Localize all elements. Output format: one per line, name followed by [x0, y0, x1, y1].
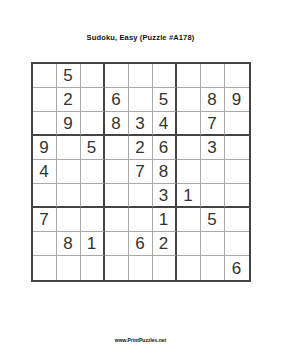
cell-r1c5[interactable]: [129, 64, 153, 88]
cell-r2c2[interactable]: 2: [57, 88, 81, 112]
cell-r9c1[interactable]: [33, 256, 57, 280]
printable-puzzle-page: Sudoku, Easy (Puzzle #A178) 526589983479…: [0, 0, 281, 363]
cell-r6c5[interactable]: [129, 184, 153, 208]
cell-r6c7[interactable]: 1: [177, 184, 201, 208]
cell-r6c8[interactable]: [201, 184, 225, 208]
cell-r5c4[interactable]: [105, 160, 129, 184]
cell-r2c3[interactable]: [81, 88, 105, 112]
cell-r5c6[interactable]: 8: [153, 160, 177, 184]
cell-r1c4[interactable]: [105, 64, 129, 88]
cell-r9c7[interactable]: [177, 256, 201, 280]
cell-r7c1[interactable]: 7: [33, 208, 57, 232]
cell-r4c8[interactable]: 3: [201, 136, 225, 160]
cell-r1c9[interactable]: [225, 64, 249, 88]
cell-r5c3[interactable]: [81, 160, 105, 184]
cell-r2c4[interactable]: 6: [105, 88, 129, 112]
cell-r9c3[interactable]: [81, 256, 105, 280]
footer-url: www.PrintPuzzles.net: [0, 337, 281, 343]
cell-r2c9[interactable]: 9: [225, 88, 249, 112]
cell-r4c6[interactable]: 6: [153, 136, 177, 160]
cell-r3c8[interactable]: 7: [201, 112, 225, 136]
cell-r7c9[interactable]: [225, 208, 249, 232]
cell-r4c7[interactable]: [177, 136, 201, 160]
cell-r4c2[interactable]: [57, 136, 81, 160]
cell-r9c6[interactable]: [153, 256, 177, 280]
cell-r3c9[interactable]: [225, 112, 249, 136]
cell-r4c4[interactable]: [105, 136, 129, 160]
cell-r9c8[interactable]: [201, 256, 225, 280]
cell-r3c4[interactable]: 8: [105, 112, 129, 136]
cell-r1c6[interactable]: [153, 64, 177, 88]
cell-r8c2[interactable]: 8: [57, 232, 81, 256]
cell-r3c1[interactable]: [33, 112, 57, 136]
cell-r6c2[interactable]: [57, 184, 81, 208]
cell-r8c5[interactable]: 6: [129, 232, 153, 256]
cell-r6c4[interactable]: [105, 184, 129, 208]
cell-r7c6[interactable]: 1: [153, 208, 177, 232]
cell-r7c8[interactable]: 5: [201, 208, 225, 232]
cell-r8c9[interactable]: [225, 232, 249, 256]
cell-r7c7[interactable]: [177, 208, 201, 232]
cell-r5c5[interactable]: 7: [129, 160, 153, 184]
cell-r3c6[interactable]: 4: [153, 112, 177, 136]
cell-r5c9[interactable]: [225, 160, 249, 184]
cell-r2c5[interactable]: [129, 88, 153, 112]
cell-r4c3[interactable]: 5: [81, 136, 105, 160]
cell-r2c1[interactable]: [33, 88, 57, 112]
cell-r9c4[interactable]: [105, 256, 129, 280]
cell-r6c9[interactable]: [225, 184, 249, 208]
cell-r6c3[interactable]: [81, 184, 105, 208]
cell-r7c3[interactable]: [81, 208, 105, 232]
cell-r2c8[interactable]: 8: [201, 88, 225, 112]
cell-r9c9[interactable]: 6: [225, 256, 249, 280]
sudoku-board: 52658998347952634783171581626: [31, 62, 251, 282]
cell-r7c4[interactable]: [105, 208, 129, 232]
cell-r8c8[interactable]: [201, 232, 225, 256]
cell-r5c2[interactable]: [57, 160, 81, 184]
cell-r3c7[interactable]: [177, 112, 201, 136]
cell-r3c3[interactable]: [81, 112, 105, 136]
cell-r3c5[interactable]: 3: [129, 112, 153, 136]
cell-r5c1[interactable]: 4: [33, 160, 57, 184]
cell-r8c6[interactable]: 2: [153, 232, 177, 256]
cell-r1c8[interactable]: [201, 64, 225, 88]
cell-r3c2[interactable]: 9: [57, 112, 81, 136]
page-title: Sudoku, Easy (Puzzle #A178): [0, 33, 281, 42]
cell-r6c1[interactable]: [33, 184, 57, 208]
cell-r4c1[interactable]: 9: [33, 136, 57, 160]
cell-r8c3[interactable]: 1: [81, 232, 105, 256]
cell-r6c6[interactable]: 3: [153, 184, 177, 208]
cell-r4c9[interactable]: [225, 136, 249, 160]
cell-r4c5[interactable]: 2: [129, 136, 153, 160]
cell-r5c7[interactable]: [177, 160, 201, 184]
cell-r8c7[interactable]: [177, 232, 201, 256]
cell-r1c3[interactable]: [81, 64, 105, 88]
cell-r9c5[interactable]: [129, 256, 153, 280]
cell-r1c1[interactable]: [33, 64, 57, 88]
cell-r7c2[interactable]: [57, 208, 81, 232]
cell-r1c2[interactable]: 5: [57, 64, 81, 88]
cell-r2c6[interactable]: 5: [153, 88, 177, 112]
cell-r8c4[interactable]: [105, 232, 129, 256]
cell-r9c2[interactable]: [57, 256, 81, 280]
cell-r8c1[interactable]: [33, 232, 57, 256]
cell-r5c8[interactable]: [201, 160, 225, 184]
cell-r7c5[interactable]: [129, 208, 153, 232]
cell-r2c7[interactable]: [177, 88, 201, 112]
cell-r1c7[interactable]: [177, 64, 201, 88]
